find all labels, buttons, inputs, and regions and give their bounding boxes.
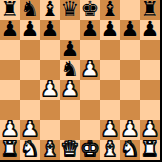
square-g5[interactable] [120,60,140,80]
black-pawn: ♟ [21,20,40,40]
black-pawn: ♟ [61,40,80,60]
square-g1[interactable]: ♞ [120,140,140,160]
square-h3[interactable] [140,100,160,120]
square-h7[interactable]: ♟ [140,20,160,40]
black-bishop: ♝ [101,0,120,20]
square-a5[interactable] [0,60,20,80]
square-f5[interactable] [100,60,120,80]
square-a4[interactable] [0,80,20,100]
square-b2[interactable]: ♟ [20,120,40,140]
square-b8[interactable]: ♞ [20,0,40,20]
white-rook: ♜ [1,140,20,160]
white-pawn: ♟ [81,60,100,80]
square-e2[interactable] [80,120,100,140]
square-h6[interactable] [140,40,160,60]
square-g2[interactable]: ♟ [120,120,140,140]
white-queen: ♛ [61,140,80,160]
white-knight: ♞ [121,140,140,160]
square-a2[interactable]: ♟ [0,120,20,140]
square-g4[interactable] [120,80,140,100]
square-c8[interactable]: ♝ [40,0,60,20]
black-pawn: ♟ [81,20,100,40]
square-b3[interactable] [20,100,40,120]
square-f2[interactable]: ♟ [100,120,120,140]
white-pawn: ♟ [61,80,80,100]
square-a8[interactable]: ♜ [0,0,20,20]
square-d7[interactable] [60,20,80,40]
square-c4[interactable]: ♟ [40,80,60,100]
square-d1[interactable]: ♛ [60,140,80,160]
black-bishop: ♝ [41,0,60,20]
square-c3[interactable] [40,100,60,120]
square-h1[interactable]: ♜ [140,140,160,160]
square-g6[interactable] [120,40,140,60]
square-e5[interactable]: ♟ [80,60,100,80]
black-pawn: ♟ [101,20,120,40]
square-a6[interactable] [0,40,20,60]
chess-board: ♜♞♝♛♚♝♜♟♟♟♟♟♟♟♟♞♟♟♟♟♟♟♟♟♜♞♝♛♚♝♞♜ [0,0,162,162]
square-f3[interactable] [100,100,120,120]
white-rook: ♜ [141,140,160,160]
square-e3[interactable] [80,100,100,120]
square-e6[interactable] [80,40,100,60]
square-b5[interactable] [20,60,40,80]
white-pawn: ♟ [121,120,140,140]
square-c5[interactable] [40,60,60,80]
black-king: ♚ [81,0,100,20]
square-d3[interactable] [60,100,80,120]
white-pawn: ♟ [1,120,20,140]
white-king: ♚ [81,140,100,160]
white-pawn: ♟ [21,120,40,140]
square-b7[interactable]: ♟ [20,20,40,40]
black-rook: ♜ [141,0,160,20]
square-f4[interactable] [100,80,120,100]
black-pawn: ♟ [121,20,140,40]
white-pawn: ♟ [101,120,120,140]
black-rook: ♜ [1,0,20,20]
white-bishop: ♝ [101,140,120,160]
square-h2[interactable]: ♟ [140,120,160,140]
square-b6[interactable] [20,40,40,60]
square-c2[interactable] [40,120,60,140]
black-queen: ♛ [61,0,80,20]
square-g7[interactable]: ♟ [120,20,140,40]
black-pawn: ♟ [41,20,60,40]
white-knight: ♞ [21,140,40,160]
white-pawn: ♟ [141,120,160,140]
square-g8[interactable] [120,0,140,20]
square-d4[interactable]: ♟ [60,80,80,100]
square-f6[interactable] [100,40,120,60]
square-d8[interactable]: ♛ [60,0,80,20]
square-e1[interactable]: ♚ [80,140,100,160]
square-h8[interactable]: ♜ [140,0,160,20]
square-h5[interactable] [140,60,160,80]
black-knight: ♞ [61,60,80,80]
black-pawn: ♟ [1,20,20,40]
square-c1[interactable]: ♝ [40,140,60,160]
square-e7[interactable]: ♟ [80,20,100,40]
square-c6[interactable] [40,40,60,60]
square-f7[interactable]: ♟ [100,20,120,40]
square-e4[interactable] [80,80,100,100]
square-a7[interactable]: ♟ [0,20,20,40]
black-knight: ♞ [21,0,40,20]
square-g3[interactable] [120,100,140,120]
square-d5[interactable]: ♞ [60,60,80,80]
square-f8[interactable]: ♝ [100,0,120,20]
square-c7[interactable]: ♟ [40,20,60,40]
square-f1[interactable]: ♝ [100,140,120,160]
square-a3[interactable] [0,100,20,120]
square-b1[interactable]: ♞ [20,140,40,160]
square-e8[interactable]: ♚ [80,0,100,20]
square-d6[interactable]: ♟ [60,40,80,60]
square-b4[interactable] [20,80,40,100]
square-d2[interactable] [60,120,80,140]
white-pawn: ♟ [41,80,60,100]
white-bishop: ♝ [41,140,60,160]
square-a1[interactable]: ♜ [0,140,20,160]
black-pawn: ♟ [141,20,160,40]
square-h4[interactable] [140,80,160,100]
